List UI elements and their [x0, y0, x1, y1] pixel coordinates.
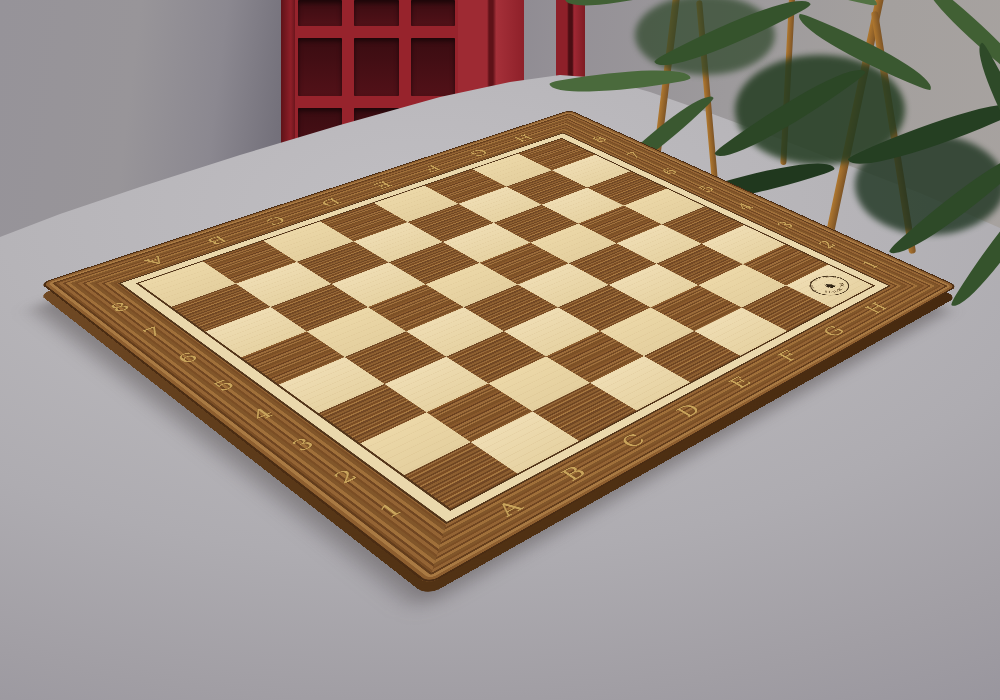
cabinet-pane — [298, 38, 342, 96]
cabinet-pane — [411, 0, 455, 26]
cabinet-pane — [298, 0, 342, 26]
plant-leaf — [749, 0, 880, 6]
cabinet-pane — [354, 38, 398, 96]
cabinet-pane — [354, 0, 398, 26]
cabinet-pane — [411, 38, 455, 96]
product-photo-scene: AABBCCDDEEFFGGHH1122334455667788 THE HOU… — [0, 0, 1000, 700]
